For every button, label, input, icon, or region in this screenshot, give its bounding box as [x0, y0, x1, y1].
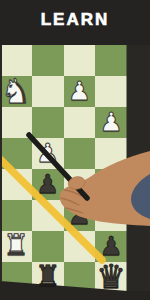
square-g4[interactable]: [64, 169, 96, 200]
square-e1[interactable]: [0, 262, 32, 293]
square-e5[interactable]: [0, 138, 32, 169]
square-e6[interactable]: [0, 107, 32, 138]
piece-black-queen-h1[interactable]: ♛: [96, 260, 126, 293]
square-e3[interactable]: [0, 200, 32, 231]
piece-black-pawn-f4[interactable]: ♟: [36, 170, 59, 196]
piece-white-rook-e2[interactable]: ♜: [3, 231, 29, 260]
piece-black-pawn-g3[interactable]: ♟: [68, 201, 91, 227]
square-g8[interactable]: [64, 45, 96, 76]
square-f2[interactable]: [32, 231, 64, 262]
square-g1[interactable]: [64, 262, 96, 293]
page-title: LEARN: [41, 10, 110, 36]
square-f7[interactable]: [32, 76, 64, 107]
piece-white-knight-e7[interactable]: ♞: [1, 73, 31, 107]
square-g2[interactable]: [64, 231, 96, 262]
square-h5[interactable]: [95, 138, 127, 169]
square-f3[interactable]: [32, 200, 64, 231]
square-g6[interactable]: [64, 107, 96, 138]
square-h8[interactable]: [95, 45, 127, 76]
square-h3[interactable]: [95, 200, 127, 231]
square-h7[interactable]: [95, 76, 127, 107]
piece-white-pawn-h6[interactable]: ♟: [99, 108, 122, 134]
square-h4[interactable]: [95, 169, 127, 200]
square-f8[interactable]: [32, 45, 64, 76]
square-f6[interactable]: [32, 107, 64, 138]
piece-black-rook-f1[interactable]: ♜: [35, 262, 61, 291]
sleeve-cuff: [131, 174, 150, 219]
piece-white-pawn-f5[interactable]: ♟: [36, 139, 59, 165]
square-g5[interactable]: [64, 138, 96, 169]
header-bar: LEARN: [0, 0, 150, 45]
piece-white-pawn-g7[interactable]: ♟: [68, 77, 91, 103]
square-e4[interactable]: [0, 169, 32, 200]
piece-black-pawn-h2[interactable]: ♟: [99, 232, 122, 258]
learn-screen: LEARN ♞♟♟♟♟♟♜♟♜♛: [0, 0, 150, 300]
